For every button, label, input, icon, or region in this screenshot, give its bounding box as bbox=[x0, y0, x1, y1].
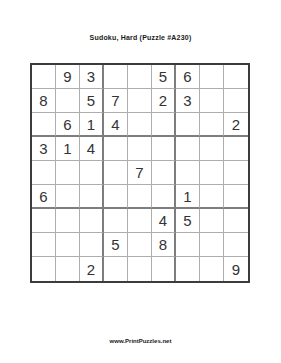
cell-r6c9[interactable] bbox=[224, 185, 248, 209]
cell-r8c4: 5 bbox=[104, 233, 128, 257]
cell-r4c2: 1 bbox=[56, 137, 80, 161]
cell-r6c3[interactable] bbox=[80, 185, 104, 209]
cell-r4c9[interactable] bbox=[224, 137, 248, 161]
cell-r3c2: 6 bbox=[56, 113, 80, 137]
cell-r2c8[interactable] bbox=[200, 89, 224, 113]
cell-r4c1: 3 bbox=[32, 137, 56, 161]
cell-r7c4[interactable] bbox=[104, 209, 128, 233]
cell-r9c1[interactable] bbox=[32, 257, 56, 281]
cell-r1c8[interactable] bbox=[200, 65, 224, 89]
cell-r9c2[interactable] bbox=[56, 257, 80, 281]
cell-r7c1[interactable] bbox=[32, 209, 56, 233]
cell-r9c4[interactable] bbox=[104, 257, 128, 281]
cell-r6c6[interactable] bbox=[152, 185, 176, 209]
cell-r8c3[interactable] bbox=[80, 233, 104, 257]
cell-r5c9[interactable] bbox=[224, 161, 248, 185]
cell-r8c2[interactable] bbox=[56, 233, 80, 257]
cell-r5c5: 7 bbox=[128, 161, 152, 185]
cell-r7c6: 4 bbox=[152, 209, 176, 233]
cell-r4c3: 4 bbox=[80, 137, 104, 161]
cell-r3c8[interactable] bbox=[200, 113, 224, 137]
cell-r7c7: 5 bbox=[176, 209, 200, 233]
cell-r2c5[interactable] bbox=[128, 89, 152, 113]
cell-r6c4[interactable] bbox=[104, 185, 128, 209]
cell-r8c5[interactable] bbox=[128, 233, 152, 257]
cell-r1c2: 9 bbox=[56, 65, 80, 89]
cell-r7c5[interactable] bbox=[128, 209, 152, 233]
cell-r8c7[interactable] bbox=[176, 233, 200, 257]
cell-r6c7: 1 bbox=[176, 185, 200, 209]
cell-r4c5[interactable] bbox=[128, 137, 152, 161]
cell-r9c5[interactable] bbox=[128, 257, 152, 281]
cell-r1c6: 5 bbox=[152, 65, 176, 89]
cell-r5c6[interactable] bbox=[152, 161, 176, 185]
cell-r5c4[interactable] bbox=[104, 161, 128, 185]
cell-r1c5[interactable] bbox=[128, 65, 152, 89]
cell-r3c4: 4 bbox=[104, 113, 128, 137]
cell-r3c6[interactable] bbox=[152, 113, 176, 137]
cell-r2c2[interactable] bbox=[56, 89, 80, 113]
cell-r5c1[interactable] bbox=[32, 161, 56, 185]
cell-r7c9[interactable] bbox=[224, 209, 248, 233]
cell-r1c3: 3 bbox=[80, 65, 104, 89]
cell-r4c6[interactable] bbox=[152, 137, 176, 161]
cell-r5c2[interactable] bbox=[56, 161, 80, 185]
cell-r4c7[interactable] bbox=[176, 137, 200, 161]
cell-r9c9: 9 bbox=[224, 257, 248, 281]
cell-r3c9: 2 bbox=[224, 113, 248, 137]
cell-r9c7[interactable] bbox=[176, 257, 200, 281]
cell-r9c6[interactable] bbox=[152, 257, 176, 281]
cell-r8c6: 8 bbox=[152, 233, 176, 257]
cell-r6c5[interactable] bbox=[128, 185, 152, 209]
cell-r8c8[interactable] bbox=[200, 233, 224, 257]
cell-r1c9[interactable] bbox=[224, 65, 248, 89]
cell-r3c3: 1 bbox=[80, 113, 104, 137]
cell-r4c8[interactable] bbox=[200, 137, 224, 161]
page-title: Sudoku, Hard (Puzzle #A230) bbox=[0, 34, 281, 41]
cell-r5c8[interactable] bbox=[200, 161, 224, 185]
cell-r8c9[interactable] bbox=[224, 233, 248, 257]
cell-r4c4[interactable] bbox=[104, 137, 128, 161]
cell-r7c3[interactable] bbox=[80, 209, 104, 233]
cell-r1c1[interactable] bbox=[32, 65, 56, 89]
cell-r9c3: 2 bbox=[80, 257, 104, 281]
cell-r2c1: 8 bbox=[32, 89, 56, 113]
cell-r2c9[interactable] bbox=[224, 89, 248, 113]
cell-r7c8[interactable] bbox=[200, 209, 224, 233]
cell-r3c5[interactable] bbox=[128, 113, 152, 137]
cell-r6c2[interactable] bbox=[56, 185, 80, 209]
cell-r2c3: 5 bbox=[80, 89, 104, 113]
cell-r5c3[interactable] bbox=[80, 161, 104, 185]
cell-r2c6: 2 bbox=[152, 89, 176, 113]
cell-r1c7: 6 bbox=[176, 65, 200, 89]
cell-r8c1[interactable] bbox=[32, 233, 56, 257]
cell-r6c1: 6 bbox=[32, 185, 56, 209]
sudoku-board: 9356857236142314761455829 bbox=[30, 63, 250, 283]
cell-r5c7[interactable] bbox=[176, 161, 200, 185]
cell-r2c4: 7 bbox=[104, 89, 128, 113]
cell-r9c8[interactable] bbox=[200, 257, 224, 281]
cell-r3c1[interactable] bbox=[32, 113, 56, 137]
cell-r1c4[interactable] bbox=[104, 65, 128, 89]
cell-r3c7[interactable] bbox=[176, 113, 200, 137]
cell-r2c7: 3 bbox=[176, 89, 200, 113]
cell-r7c2[interactable] bbox=[56, 209, 80, 233]
footer-site-text: www.PrintPuzzles.net bbox=[0, 338, 281, 344]
cell-r6c8[interactable] bbox=[200, 185, 224, 209]
